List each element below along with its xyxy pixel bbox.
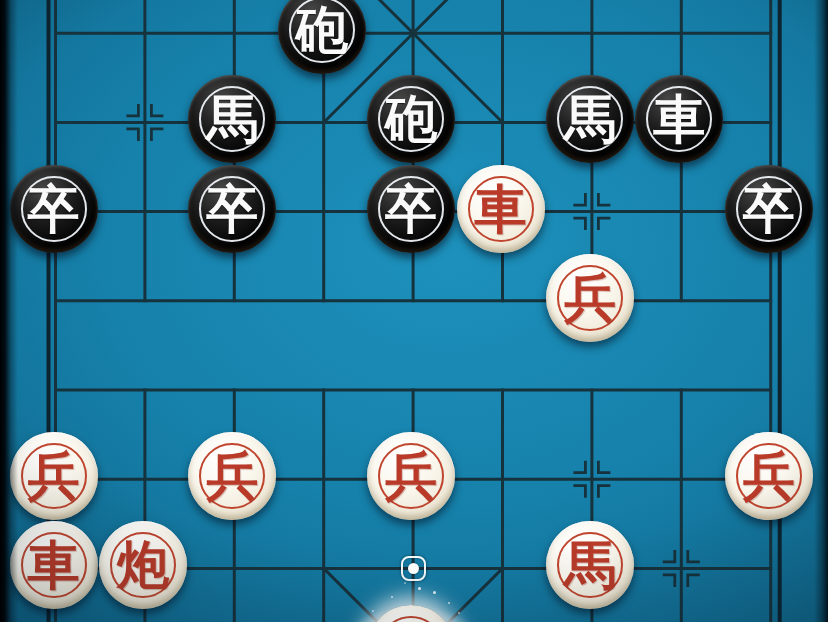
- star-point-marker: [151, 104, 163, 116]
- piece-glyph: 卒: [206, 183, 258, 235]
- piece-black-soldier[interactable]: 卒: [10, 165, 98, 253]
- move-indicator[interactable]: [401, 556, 426, 581]
- sparkle: [404, 582, 406, 584]
- piece-black-cannon[interactable]: 砲: [367, 75, 455, 163]
- star-point-marker: [598, 193, 610, 205]
- piece-glyph: 馬: [564, 93, 616, 145]
- star-point-marker: [598, 218, 610, 230]
- piece-glyph: 砲: [296, 4, 348, 56]
- sparkle: [448, 602, 450, 604]
- piece-ring: [378, 616, 444, 622]
- piece-glyph: 炮: [117, 539, 169, 591]
- piece-glyph: 兵: [28, 450, 80, 502]
- sparkle: [372, 610, 374, 612]
- piece-glyph: 兵: [385, 450, 437, 502]
- piece-glyph: 車: [475, 183, 527, 235]
- star-point-marker: [126, 104, 138, 116]
- piece-glyph: 卒: [385, 183, 437, 235]
- star-point-marker: [573, 193, 585, 205]
- sparkle: [458, 612, 460, 614]
- piece-black-soldier[interactable]: 卒: [367, 165, 455, 253]
- star-point-marker: [126, 129, 138, 141]
- piece-glyph: 兵: [206, 450, 258, 502]
- piece-red-chariot[interactable]: 車: [457, 165, 545, 253]
- star-point-marker: [573, 461, 585, 473]
- sparkle: [433, 591, 436, 594]
- sparkle: [391, 596, 393, 598]
- piece-glyph: 兵: [564, 272, 616, 324]
- star-point-marker: [688, 550, 700, 562]
- piece-black-soldier[interactable]: 卒: [188, 165, 276, 253]
- piece-red-soldier[interactable]: 兵: [188, 432, 276, 520]
- star-point-marker: [598, 461, 610, 473]
- piece-red-cannon[interactable]: 炮: [99, 521, 187, 609]
- star-point-marker: [573, 218, 585, 230]
- star-point-marker: [151, 129, 163, 141]
- star-point-marker: [663, 550, 675, 562]
- piece-red-soldier[interactable]: 兵: [725, 432, 813, 520]
- piece-glyph: 馬: [564, 539, 616, 591]
- piece-red-soldier[interactable]: 兵: [546, 254, 634, 342]
- piece-glyph: 車: [653, 93, 705, 145]
- sparkle: [418, 587, 421, 590]
- star-point-marker: [598, 486, 610, 498]
- piece-glyph: 砲: [385, 93, 437, 145]
- star-point-marker: [663, 575, 675, 587]
- piece-black-horse[interactable]: 馬: [546, 75, 634, 163]
- star-point-marker: [573, 486, 585, 498]
- piece-red-chariot[interactable]: 車: [10, 521, 98, 609]
- piece-red-soldier[interactable]: 兵: [10, 432, 98, 520]
- star-point-marker: [688, 575, 700, 587]
- piece-glyph: 馬: [206, 93, 258, 145]
- piece-glyph: 車: [28, 539, 80, 591]
- move-indicator-dot: [408, 563, 419, 574]
- piece-glyph: 兵: [743, 450, 795, 502]
- piece-black-soldier[interactable]: 卒: [725, 165, 813, 253]
- xiangqi-board[interactable]: 砲馬砲馬車卒卒卒車卒兵兵兵兵兵車炮馬: [0, 0, 828, 622]
- piece-glyph: 卒: [28, 183, 80, 235]
- piece-glyph: 卒: [743, 183, 795, 235]
- piece-red-horse[interactable]: 馬: [546, 521, 634, 609]
- piece-red-soldier[interactable]: 兵: [367, 432, 455, 520]
